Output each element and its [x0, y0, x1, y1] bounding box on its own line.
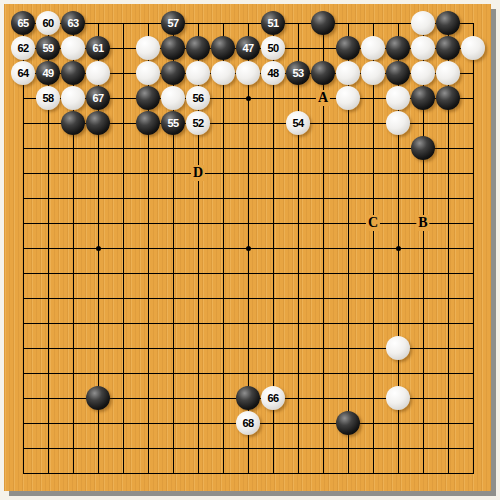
white-stone: 64 [11, 61, 35, 85]
white-stone: 68 [236, 411, 260, 435]
white-stone [386, 386, 410, 410]
white-stone [411, 11, 435, 35]
white-stone: 50 [261, 36, 285, 60]
move-number: 52 [192, 118, 203, 129]
black-stone [86, 386, 110, 410]
black-stone: 63 [61, 11, 85, 35]
grid-line-vertical [298, 23, 299, 474]
black-stone [436, 36, 460, 60]
black-stone: 57 [161, 11, 185, 35]
move-number: 65 [17, 18, 28, 29]
move-number: 50 [267, 43, 278, 54]
black-stone: 53 [286, 61, 310, 85]
white-stone: 54 [286, 111, 310, 135]
black-stone: 51 [261, 11, 285, 35]
move-number: 67 [92, 93, 103, 104]
move-number: 48 [267, 68, 278, 79]
white-stone [86, 61, 110, 85]
white-stone: 56 [186, 86, 210, 110]
point-label-c: C [366, 215, 380, 231]
move-number: 61 [92, 43, 103, 54]
black-stone [411, 136, 435, 160]
white-stone [361, 36, 385, 60]
black-stone: 55 [161, 111, 185, 135]
star-point [246, 246, 251, 251]
point-label-a: A [316, 90, 330, 106]
black-stone [436, 86, 460, 110]
black-stone [386, 61, 410, 85]
black-stone [186, 36, 210, 60]
black-stone [86, 111, 110, 135]
white-stone [136, 36, 160, 60]
white-stone [386, 86, 410, 110]
white-stone [386, 336, 410, 360]
star-point [246, 96, 251, 101]
white-stone [211, 61, 235, 85]
star-point [96, 246, 101, 251]
black-stone [236, 386, 260, 410]
move-number: 54 [292, 118, 303, 129]
go-board[interactable]: 6560635751625961475064494853586756555254… [4, 4, 491, 491]
grid-line-vertical [473, 23, 474, 474]
move-number: 55 [167, 118, 178, 129]
white-stone [436, 61, 460, 85]
point-label-d: D [191, 165, 205, 181]
move-number: 53 [292, 68, 303, 79]
black-stone [411, 86, 435, 110]
white-stone [61, 36, 85, 60]
move-number: 64 [17, 68, 28, 79]
move-number: 56 [192, 93, 203, 104]
black-stone: 61 [86, 36, 110, 60]
grid-line-horizontal [23, 273, 474, 274]
black-stone: 65 [11, 11, 35, 35]
move-number: 51 [267, 18, 278, 29]
white-stone: 62 [11, 36, 35, 60]
black-stone [311, 11, 335, 35]
black-stone [136, 86, 160, 110]
black-stone [311, 61, 335, 85]
grid-line-vertical [373, 23, 374, 474]
black-stone [211, 36, 235, 60]
grid-line-horizontal [23, 473, 474, 474]
move-number: 66 [267, 393, 278, 404]
grid-line-horizontal [23, 448, 474, 449]
move-number: 62 [17, 43, 28, 54]
white-stone [411, 61, 435, 85]
white-stone [336, 61, 360, 85]
black-stone [436, 11, 460, 35]
black-stone: 49 [36, 61, 60, 85]
white-stone [61, 86, 85, 110]
white-stone: 52 [186, 111, 210, 135]
white-stone: 48 [261, 61, 285, 85]
grid-line-horizontal [23, 323, 474, 324]
white-stone: 60 [36, 11, 60, 35]
white-stone: 58 [36, 86, 60, 110]
black-stone [61, 111, 85, 135]
white-stone [361, 61, 385, 85]
white-stone [236, 61, 260, 85]
white-stone [336, 86, 360, 110]
move-number: 49 [42, 68, 53, 79]
move-number: 59 [42, 43, 53, 54]
grid-line-horizontal [23, 298, 474, 299]
move-number: 58 [42, 93, 53, 104]
move-number: 63 [67, 18, 78, 29]
grid-line-horizontal [23, 373, 474, 374]
white-stone: 66 [261, 386, 285, 410]
white-stone [386, 111, 410, 135]
black-stone [161, 36, 185, 60]
move-number: 47 [242, 43, 253, 54]
black-stone [161, 61, 185, 85]
black-stone: 59 [36, 36, 60, 60]
white-stone [136, 61, 160, 85]
white-stone [186, 61, 210, 85]
white-stone [461, 36, 485, 60]
white-stone [411, 36, 435, 60]
move-number: 68 [242, 418, 253, 429]
white-stone [161, 86, 185, 110]
black-stone [336, 411, 360, 435]
black-stone [386, 36, 410, 60]
star-point [396, 246, 401, 251]
move-number: 60 [42, 18, 53, 29]
black-stone: 47 [236, 36, 260, 60]
point-label-b: B [416, 215, 429, 231]
move-number: 57 [167, 18, 178, 29]
page-background: 6560635751625961475064494853586756555254… [0, 0, 500, 500]
black-stone [336, 36, 360, 60]
black-stone: 67 [86, 86, 110, 110]
black-stone [136, 111, 160, 135]
black-stone [61, 61, 85, 85]
